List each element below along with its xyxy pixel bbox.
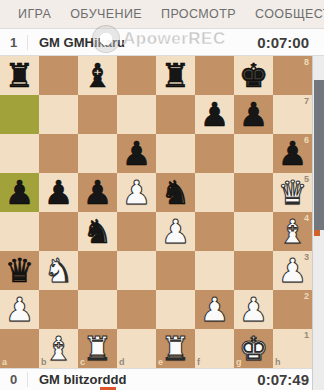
square-g5[interactable] (234, 173, 273, 212)
square-h8[interactable]: 8 (273, 56, 312, 95)
square-c1[interactable]: ♜c (78, 329, 117, 368)
square-a5[interactable]: ♟ (0, 173, 39, 212)
square-g6[interactable] (234, 134, 273, 173)
piece-black-pawn[interactable]: ♟ (195, 95, 234, 134)
piece-white-bishop[interactable]: ♝ (273, 212, 312, 251)
file-label-f: f (197, 358, 200, 367)
menu-item-learn[interactable]: ОБУЧЕНИЕ (70, 7, 142, 21)
scrollbar (312, 56, 324, 390)
piece-black-pawn[interactable]: ♟ (78, 173, 117, 212)
piece-white-pawn[interactable]: ♟ (0, 290, 39, 329)
square-d5[interactable]: ♟ (117, 173, 156, 212)
square-e5[interactable]: ♞ (156, 173, 195, 212)
square-g7[interactable]: ♟ (234, 95, 273, 134)
square-e3[interactable] (156, 251, 195, 290)
square-h6[interactable]: ♟6 (273, 134, 312, 173)
menu-item-watch[interactable]: ПРОСМОТР (161, 7, 236, 21)
piece-white-pawn[interactable]: ♟ (117, 173, 156, 212)
piece-black-pawn[interactable]: ♟ (234, 95, 273, 134)
square-c3[interactable] (78, 251, 117, 290)
square-b3[interactable]: ♞ (39, 251, 78, 290)
piece-black-pawn[interactable]: ♟ (0, 173, 39, 212)
square-e6[interactable] (156, 134, 195, 173)
scrollbar-thumb[interactable] (314, 80, 324, 230)
square-c4[interactable]: ♞ (78, 212, 117, 251)
square-g3[interactable] (234, 251, 273, 290)
square-f2[interactable]: ♟ (195, 290, 234, 329)
piece-black-knight[interactable]: ♞ (78, 212, 117, 251)
bottom-player-bar: 0 GM blitzorddd 0:07:49 (0, 368, 324, 390)
square-d2[interactable] (117, 290, 156, 329)
chess-board: ♜♝♜♚8♟♟7♟♟6♟♟♟♟♞♛5♞♟♝4♛♞♟3♟♟♟2a♝b♜cd♜ef♚… (0, 56, 312, 368)
menu-item-game[interactable]: ИГРА (18, 7, 51, 21)
square-b5[interactable]: ♟ (39, 173, 78, 212)
square-c6[interactable] (78, 134, 117, 173)
square-a1[interactable]: a (0, 329, 39, 368)
square-c5[interactable]: ♟ (78, 173, 117, 212)
top-player-score: 1 (0, 35, 28, 50)
square-f5[interactable] (195, 173, 234, 212)
square-a3[interactable]: ♛ (0, 251, 39, 290)
square-e7[interactable] (156, 95, 195, 134)
square-d8[interactable] (117, 56, 156, 95)
piece-black-pawn[interactable]: ♟ (39, 173, 78, 212)
square-b8[interactable] (39, 56, 78, 95)
piece-black-bishop[interactable]: ♝ (78, 56, 117, 95)
square-e8[interactable]: ♜ (156, 56, 195, 95)
square-b7[interactable] (39, 95, 78, 134)
square-h2[interactable]: 2 (273, 290, 312, 329)
top-player-name[interactable]: GM GMHikaru (39, 35, 125, 50)
square-g8[interactable]: ♚ (234, 56, 273, 95)
square-a6[interactable] (0, 134, 39, 173)
piece-white-pawn[interactable]: ♟ (156, 212, 195, 251)
square-c8[interactable]: ♝ (78, 56, 117, 95)
square-h7[interactable]: 7 (273, 95, 312, 134)
square-a4[interactable] (0, 212, 39, 251)
square-c7[interactable] (78, 95, 117, 134)
piece-black-rook[interactable]: ♜ (0, 56, 39, 95)
piece-black-knight[interactable]: ♞ (156, 173, 195, 212)
top-menu-bar: ИГРА ОБУЧЕНИЕ ПРОСМОТР СООБЩЕСТВО (0, 0, 324, 28)
square-g4[interactable] (234, 212, 273, 251)
square-a2[interactable]: ♟ (0, 290, 39, 329)
bottom-player-score: 0 (0, 372, 28, 387)
square-b1[interactable]: ♝b (39, 329, 78, 368)
square-d1[interactable]: d (117, 329, 156, 368)
rank-label-8: 8 (304, 58, 309, 67)
piece-white-king[interactable]: ♚ (234, 329, 273, 368)
square-e4[interactable]: ♟ (156, 212, 195, 251)
square-f7[interactable]: ♟ (195, 95, 234, 134)
piece-white-queen[interactable]: ♛ (273, 173, 312, 212)
square-h1[interactable]: 1h (273, 329, 312, 368)
top-player-bar: 1 GM GMHikaru 0:07:00 (0, 28, 324, 56)
square-f1[interactable]: f (195, 329, 234, 368)
square-b2[interactable] (39, 290, 78, 329)
piece-white-pawn[interactable]: ♟ (195, 290, 234, 329)
square-c2[interactable] (78, 290, 117, 329)
square-d7[interactable] (117, 95, 156, 134)
square-e1[interactable]: ♜e (156, 329, 195, 368)
square-g1[interactable]: ♚g (234, 329, 273, 368)
square-h4[interactable]: ♝4 (273, 212, 312, 251)
square-h3[interactable]: ♟3 (273, 251, 312, 290)
square-g2[interactable]: ♟ (234, 290, 273, 329)
scrollbar-orange-marker (314, 230, 320, 236)
piece-white-knight[interactable]: ♞ (39, 251, 78, 290)
square-b6[interactable] (39, 134, 78, 173)
piece-black-pawn[interactable]: ♟ (273, 134, 312, 173)
square-e2[interactable] (156, 290, 195, 329)
top-player-clock: 0:07:00 (257, 34, 309, 51)
menu-item-community[interactable]: СООБЩЕСТВО (255, 7, 324, 21)
file-label-h: h (275, 358, 281, 367)
square-d4[interactable] (117, 212, 156, 251)
piece-white-pawn[interactable]: ♟ (273, 251, 312, 290)
square-f3[interactable] (195, 251, 234, 290)
square-a7[interactable] (0, 95, 39, 134)
file-label-a: a (2, 358, 7, 367)
piece-white-rook[interactable]: ♜ (156, 329, 195, 368)
piece-white-pawn[interactable]: ♟ (234, 290, 273, 329)
square-f6[interactable] (195, 134, 234, 173)
square-f4[interactable] (195, 212, 234, 251)
bottom-player-name[interactable]: GM blitzorddd (39, 372, 126, 387)
piece-black-rook[interactable]: ♜ (156, 56, 195, 95)
piece-black-king[interactable]: ♚ (234, 56, 273, 95)
piece-white-bishop[interactable]: ♝ (39, 329, 78, 368)
square-a8[interactable]: ♜ (0, 56, 39, 95)
rank-label-2: 2 (304, 292, 309, 301)
square-d6[interactable]: ♟ (117, 134, 156, 173)
square-h5[interactable]: ♛5 (273, 173, 312, 212)
square-b4[interactable] (39, 212, 78, 251)
bottom-player-clock: 0:07:49 (257, 371, 309, 388)
rank-label-1: 1 (304, 331, 309, 340)
piece-white-rook[interactable]: ♜ (78, 329, 117, 368)
square-f8[interactable] (195, 56, 234, 95)
rank-label-7: 7 (304, 97, 309, 106)
square-d3[interactable] (117, 251, 156, 290)
piece-black-pawn[interactable]: ♟ (117, 134, 156, 173)
piece-black-queen[interactable]: ♛ (0, 251, 39, 290)
file-label-d: d (119, 358, 125, 367)
